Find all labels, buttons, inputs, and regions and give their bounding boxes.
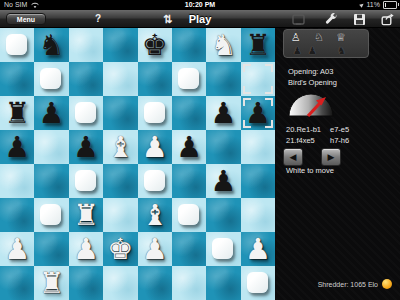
square-g1[interactable] [206,266,240,300]
piece-bK: ♚ [138,28,172,62]
square-f1[interactable] [172,266,206,300]
square-e7[interactable] [138,62,172,96]
square-e2[interactable]: ♟ [138,232,172,266]
square-d1[interactable] [103,266,137,300]
side-panel: ♙♘♕♟♟♞ Opening: A03 Bird's Opening 20.Re… [276,28,400,300]
square-d7[interactable] [103,62,137,96]
move-white: 20.Re1-b1 [286,124,330,135]
location-icon [359,2,365,8]
square-g4[interactable]: ♟ [206,164,240,198]
square-c5[interactable]: ♟ [69,130,103,164]
share-icon[interactable] [380,12,395,27]
square-f3[interactable] [172,198,206,232]
captured-white-piece: ♙ [291,32,301,43]
square-b7[interactable] [34,62,68,96]
square-g8[interactable]: ♞ [206,28,240,62]
square-e4[interactable] [138,164,172,198]
forward-button[interactable]: ▶ [321,148,341,166]
square-a3[interactable] [0,198,34,232]
square-g3[interactable] [206,198,240,232]
piece-wN: ♞ [206,28,240,62]
square-d6[interactable] [103,96,137,130]
piece-wP: ♟ [241,232,275,266]
square-h2[interactable]: ♟ [241,232,275,266]
engine-status-label: Shredder: 1065 Elo [318,281,378,288]
battery-icon [383,1,397,9]
square-e8[interactable]: ♚ [138,28,172,62]
square-a8[interactable] [0,28,34,62]
square-a2[interactable]: ♟ [0,232,34,266]
piece-bP: ♟ [69,130,103,164]
move-black: h7-h6 [330,135,349,146]
square-c4[interactable] [69,164,103,198]
legal-move-marker [178,68,199,89]
square-e6[interactable] [138,96,172,130]
square-a6[interactable]: ♜ [0,96,34,130]
square-e5[interactable]: ♟ [138,130,172,164]
square-f6[interactable] [172,96,206,130]
legal-move-marker [144,170,165,191]
piece-wP: ♟ [138,232,172,266]
turn-indicator-label: White to move [286,166,334,175]
piece-wP: ♟ [138,130,172,164]
square-c8[interactable] [69,28,103,62]
piece-wR: ♜ [69,198,103,232]
legal-move-marker [75,170,96,191]
square-f5[interactable]: ♟ [172,130,206,164]
square-a5[interactable]: ♟ [0,130,34,164]
captured-white-piece: ♕ [336,32,346,43]
opening-code-label: Opening: A03 [288,67,333,76]
last-move-highlight [243,98,273,128]
wrench-icon[interactable] [324,12,339,27]
move-black: e7-e5 [330,124,349,135]
square-d8[interactable] [103,28,137,62]
square-a4[interactable] [0,164,34,198]
piece-bP: ♟ [34,96,68,130]
captured-black-piece: ♞ [337,46,346,56]
last-move-highlight [243,64,273,94]
analysis-board-icon[interactable] [291,12,306,27]
back-button[interactable]: ◀ [283,148,303,166]
opening-name-label: Bird's Opening [288,78,337,87]
piece-wP: ♟ [69,232,103,266]
captured-white-piece: ♘ [314,32,324,43]
piece-wK: ♚ [103,232,137,266]
square-b1[interactable]: ♜ [34,266,68,300]
square-a7[interactable] [0,62,34,96]
square-a1[interactable] [0,266,34,300]
captured-pieces-tray: ♙♘♕♟♟♞ [283,29,369,58]
evaluation-gauge [286,90,336,118]
square-b4[interactable] [34,164,68,198]
battery-percent-label: 11% [367,0,381,10]
square-c6[interactable] [69,96,103,130]
piece-wB: ♝ [103,130,137,164]
square-h8[interactable]: ♜ [241,28,275,62]
square-b2[interactable] [34,232,68,266]
captured-black-piece: ♟ [308,46,317,56]
piece-wB: ♝ [138,198,172,232]
move-row: 21.f4xe5h7-h6 [286,135,349,146]
move-row: 20.Re1-b1e7-e5 [286,124,349,135]
save-icon[interactable] [352,12,367,27]
square-h4[interactable] [241,164,275,198]
square-f4[interactable] [172,164,206,198]
legal-move-marker [247,272,268,293]
legal-move-marker [178,204,199,225]
square-c3[interactable]: ♜ [69,198,103,232]
legal-move-marker [212,238,233,259]
legal-move-marker [40,204,61,225]
app-window: No SIM 10:20 PM 11% Menu ? ⇅ Play ♞♚♞♜♜♟… [0,0,400,300]
square-g2[interactable] [206,232,240,266]
square-h5[interactable] [241,130,275,164]
move-white: 21.f4xe5 [286,135,330,146]
square-h7[interactable] [241,62,275,96]
move-list: 20.Re1-b1e7-e521.f4xe5h7-h6 [286,124,349,146]
toolbar: Menu ? ⇅ Play [0,10,400,28]
square-h6[interactable]: ♟ [241,96,275,130]
square-g7[interactable] [206,62,240,96]
square-b5[interactable] [34,130,68,164]
clock-label: 10:20 PM [0,0,400,10]
piece-wR: ♜ [34,266,68,300]
piece-wP: ♟ [0,232,34,266]
square-h3[interactable] [241,198,275,232]
piece-bR: ♜ [241,28,275,62]
square-b3[interactable] [34,198,68,232]
square-d4[interactable] [103,164,137,198]
square-c2[interactable]: ♟ [69,232,103,266]
piece-bP: ♟ [172,130,206,164]
square-g6[interactable]: ♟ [206,96,240,130]
piece-bP: ♟ [0,130,34,164]
square-f7[interactable] [172,62,206,96]
legal-move-marker [40,68,61,89]
square-f8[interactable] [172,28,206,62]
square-c1[interactable] [69,266,103,300]
square-h1[interactable] [241,266,275,300]
square-c7[interactable] [69,62,103,96]
captured-black-piece: ♟ [293,46,302,56]
page-title: Play [0,10,400,28]
square-b6[interactable]: ♟ [34,96,68,130]
engine-thinking-indicator [382,279,392,289]
chess-board[interactable]: ♞♚♞♜♜♟♟♟♟♟♝♟♟♟♜♝♟♟♚♟♟♜ [0,28,276,300]
square-e3[interactable]: ♝ [138,198,172,232]
piece-bR: ♜ [0,96,34,130]
legal-move-marker [144,102,165,123]
square-b8[interactable]: ♞ [34,28,68,62]
square-d5[interactable]: ♝ [103,130,137,164]
square-g5[interactable] [206,130,240,164]
square-f2[interactable] [172,232,206,266]
piece-bP: ♟ [206,96,240,130]
legal-move-marker [75,102,96,123]
legal-move-marker [6,34,27,55]
status-bar: No SIM 10:20 PM 11% [0,0,400,10]
piece-bP: ♟ [206,164,240,198]
square-e1[interactable] [138,266,172,300]
square-d3[interactable] [103,198,137,232]
square-d2[interactable]: ♚ [103,232,137,266]
piece-bN: ♞ [34,28,68,62]
